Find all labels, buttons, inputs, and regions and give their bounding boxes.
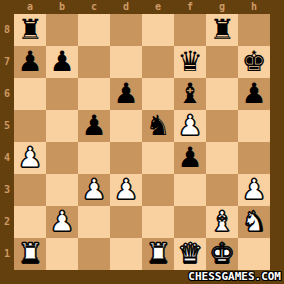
square-e3[interactable] xyxy=(142,174,174,206)
file-label-h: h xyxy=(238,0,270,14)
square-e2[interactable] xyxy=(142,206,174,238)
black-pawn: ♟ xyxy=(46,46,78,78)
square-h2[interactable]: ♞ xyxy=(238,206,270,238)
square-f8[interactable] xyxy=(174,14,206,46)
square-b4[interactable] xyxy=(46,142,78,174)
square-f1[interactable]: ♛ xyxy=(174,238,206,270)
square-d1[interactable] xyxy=(110,238,142,270)
black-rook: ♜ xyxy=(14,14,46,46)
square-h7[interactable]: ♚ xyxy=(238,46,270,78)
white-bishop: ♝ xyxy=(206,206,238,238)
chess-board: ♜♜♟♟♛♚♟♝♟♟♞♟♟♟♟♟♟♟♝♞♜♜♛♚ xyxy=(14,14,270,270)
square-f2[interactable] xyxy=(174,206,206,238)
white-pawn: ♟ xyxy=(238,174,270,206)
square-g4[interactable] xyxy=(206,142,238,174)
white-rook: ♜ xyxy=(14,238,46,270)
square-g8[interactable]: ♜ xyxy=(206,14,238,46)
black-pawn: ♟ xyxy=(78,110,110,142)
rank-label-2: 2 xyxy=(0,206,14,238)
square-f6[interactable]: ♝ xyxy=(174,78,206,110)
square-b3[interactable] xyxy=(46,174,78,206)
square-b1[interactable] xyxy=(46,238,78,270)
square-f7[interactable]: ♛ xyxy=(174,46,206,78)
square-a4[interactable]: ♟ xyxy=(14,142,46,174)
file-label-e: e xyxy=(142,0,174,14)
square-c6[interactable] xyxy=(78,78,110,110)
square-f5[interactable]: ♟ xyxy=(174,110,206,142)
square-c7[interactable] xyxy=(78,46,110,78)
square-d7[interactable] xyxy=(110,46,142,78)
black-queen: ♛ xyxy=(174,46,206,78)
square-b8[interactable] xyxy=(46,14,78,46)
white-pawn: ♟ xyxy=(78,174,110,206)
site-watermark: CHESSGAMES.COM xyxy=(188,270,281,284)
square-h1[interactable] xyxy=(238,238,270,270)
square-e4[interactable] xyxy=(142,142,174,174)
square-c2[interactable] xyxy=(78,206,110,238)
file-label-c: c xyxy=(78,0,110,14)
square-g6[interactable] xyxy=(206,78,238,110)
square-g1[interactable]: ♚ xyxy=(206,238,238,270)
square-d2[interactable] xyxy=(110,206,142,238)
square-g2[interactable]: ♝ xyxy=(206,206,238,238)
rank-label-6: 6 xyxy=(0,78,14,110)
square-a1[interactable]: ♜ xyxy=(14,238,46,270)
file-label-d: d xyxy=(110,0,142,14)
square-c1[interactable] xyxy=(78,238,110,270)
square-b5[interactable] xyxy=(46,110,78,142)
square-c8[interactable] xyxy=(78,14,110,46)
white-pawn: ♟ xyxy=(14,142,46,174)
square-d8[interactable] xyxy=(110,14,142,46)
white-rook: ♜ xyxy=(142,238,174,270)
square-b2[interactable]: ♟ xyxy=(46,206,78,238)
square-e1[interactable]: ♜ xyxy=(142,238,174,270)
square-b7[interactable]: ♟ xyxy=(46,46,78,78)
black-pawn: ♟ xyxy=(174,142,206,174)
file-label-a: a xyxy=(14,0,46,14)
square-e8[interactable] xyxy=(142,14,174,46)
square-h3[interactable]: ♟ xyxy=(238,174,270,206)
square-c5[interactable]: ♟ xyxy=(78,110,110,142)
white-pawn: ♟ xyxy=(110,174,142,206)
white-queen: ♛ xyxy=(174,238,206,270)
black-king: ♚ xyxy=(238,46,270,78)
black-rook: ♜ xyxy=(206,14,238,46)
rank-label-1: 1 xyxy=(0,238,14,270)
file-labels: abcdefgh xyxy=(14,0,270,14)
square-d6[interactable]: ♟ xyxy=(110,78,142,110)
square-f3[interactable] xyxy=(174,174,206,206)
black-bishop: ♝ xyxy=(174,78,206,110)
square-g5[interactable] xyxy=(206,110,238,142)
square-g3[interactable] xyxy=(206,174,238,206)
square-e7[interactable] xyxy=(142,46,174,78)
rank-label-5: 5 xyxy=(0,110,14,142)
square-e6[interactable] xyxy=(142,78,174,110)
square-h4[interactable] xyxy=(238,142,270,174)
white-pawn: ♟ xyxy=(174,110,206,142)
square-b6[interactable] xyxy=(46,78,78,110)
chess-diagram: abcdefgh 87654321 ♜♜♟♟♛♚♟♝♟♟♞♟♟♟♟♟♟♟♝♞♜♜… xyxy=(0,0,284,284)
black-pawn: ♟ xyxy=(110,78,142,110)
square-h5[interactable] xyxy=(238,110,270,142)
rank-label-3: 3 xyxy=(0,174,14,206)
square-h6[interactable]: ♟ xyxy=(238,78,270,110)
rank-label-8: 8 xyxy=(0,14,14,46)
black-knight: ♞ xyxy=(142,110,174,142)
square-a5[interactable] xyxy=(14,110,46,142)
square-e5[interactable]: ♞ xyxy=(142,110,174,142)
square-a7[interactable]: ♟ xyxy=(14,46,46,78)
file-label-f: f xyxy=(174,0,206,14)
square-a3[interactable] xyxy=(14,174,46,206)
white-king: ♚ xyxy=(206,238,238,270)
rank-label-7: 7 xyxy=(0,46,14,78)
black-pawn: ♟ xyxy=(238,78,270,110)
square-a2[interactable] xyxy=(14,206,46,238)
square-h8[interactable] xyxy=(238,14,270,46)
black-pawn: ♟ xyxy=(14,46,46,78)
square-g7[interactable] xyxy=(206,46,238,78)
rank-labels: 87654321 xyxy=(0,14,14,270)
white-pawn: ♟ xyxy=(46,206,78,238)
square-d3[interactable]: ♟ xyxy=(110,174,142,206)
square-d5[interactable] xyxy=(110,110,142,142)
file-label-b: b xyxy=(46,0,78,14)
square-f4[interactable]: ♟ xyxy=(174,142,206,174)
square-d4[interactable] xyxy=(110,142,142,174)
square-a8[interactable]: ♜ xyxy=(14,14,46,46)
square-a6[interactable] xyxy=(14,78,46,110)
file-label-g: g xyxy=(206,0,238,14)
white-knight: ♞ xyxy=(238,206,270,238)
square-c4[interactable] xyxy=(78,142,110,174)
rank-label-4: 4 xyxy=(0,142,14,174)
square-c3[interactable]: ♟ xyxy=(78,174,110,206)
